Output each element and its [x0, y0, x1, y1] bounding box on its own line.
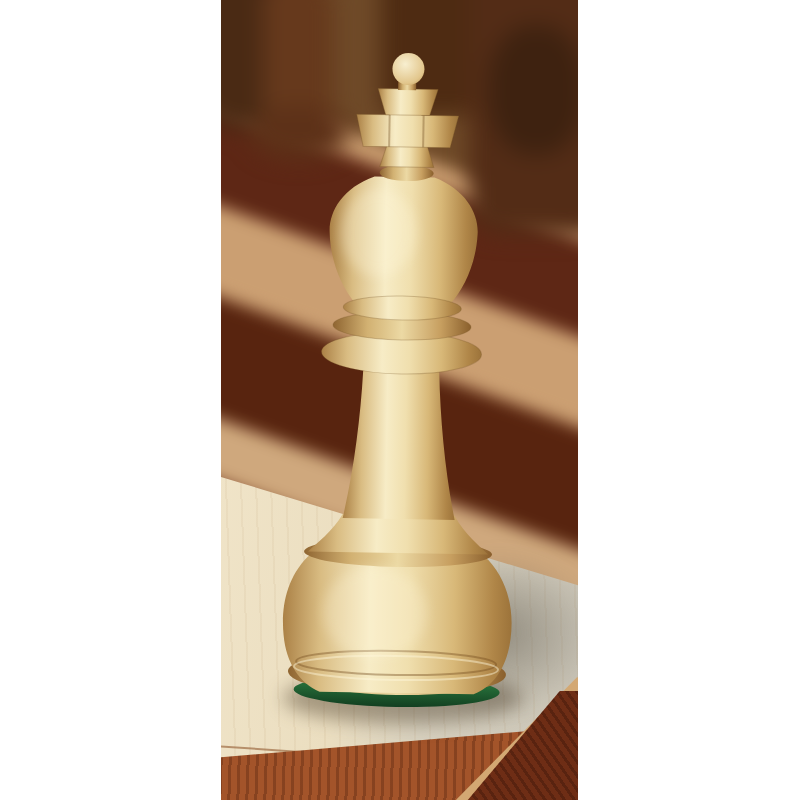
chess-king-photo: ♔	[221, 0, 578, 800]
product-photo-canvas: ♔	[0, 0, 800, 800]
white-king	[275, 51, 526, 715]
king-collar-rings	[321, 295, 482, 376]
king-stem	[343, 370, 458, 520]
king-finial-ball	[392, 53, 425, 86]
king-finial	[356, 52, 460, 182]
